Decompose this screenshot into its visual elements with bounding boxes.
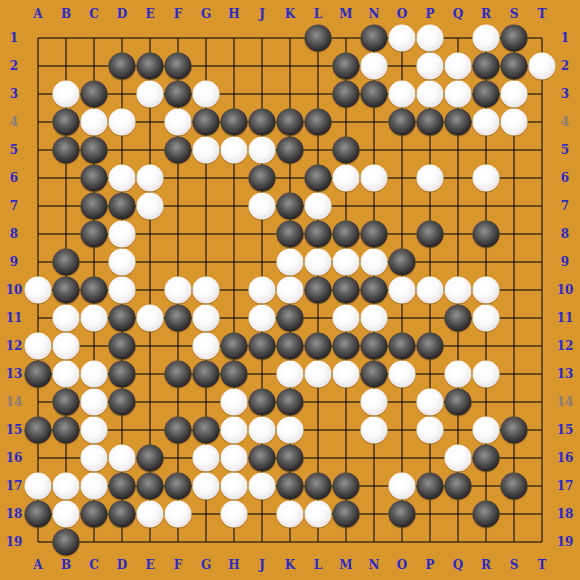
intersection-B15[interactable]: [52, 416, 80, 444]
intersection-M6[interactable]: [332, 164, 360, 192]
intersection-R4[interactable]: [472, 108, 500, 136]
intersection-K18[interactable]: [276, 500, 304, 528]
intersection-H12[interactable]: [220, 332, 248, 360]
intersection-S13[interactable]: [500, 360, 528, 388]
intersection-Q3[interactable]: [444, 80, 472, 108]
intersection-Q10[interactable]: [444, 276, 472, 304]
intersection-E1[interactable]: [136, 24, 164, 52]
intersection-P19[interactable]: [416, 528, 444, 556]
intersection-P11[interactable]: [416, 304, 444, 332]
intersection-J5[interactable]: [248, 136, 276, 164]
intersection-J13[interactable]: [248, 360, 276, 388]
intersection-O9[interactable]: [388, 248, 416, 276]
intersection-E5[interactable]: [136, 136, 164, 164]
intersection-D11[interactable]: [108, 304, 136, 332]
intersection-P14[interactable]: [416, 388, 444, 416]
intersection-C2[interactable]: [80, 52, 108, 80]
intersection-B18[interactable]: [52, 500, 80, 528]
intersection-O17[interactable]: [388, 472, 416, 500]
intersection-G15[interactable]: [192, 416, 220, 444]
intersection-S14[interactable]: [500, 388, 528, 416]
intersection-G5[interactable]: [192, 136, 220, 164]
intersection-G18[interactable]: [192, 500, 220, 528]
intersection-A13[interactable]: [24, 360, 52, 388]
intersection-A15[interactable]: [24, 416, 52, 444]
intersection-M10[interactable]: [332, 276, 360, 304]
intersection-S1[interactable]: [500, 24, 528, 52]
intersection-N2[interactable]: [360, 52, 388, 80]
intersection-A9[interactable]: [24, 248, 52, 276]
intersection-H4[interactable]: [220, 108, 248, 136]
intersection-B16[interactable]: [52, 444, 80, 472]
intersection-K14[interactable]: [276, 388, 304, 416]
intersection-L13[interactable]: [304, 360, 332, 388]
intersection-H19[interactable]: [220, 528, 248, 556]
intersection-F16[interactable]: [164, 444, 192, 472]
intersection-D6[interactable]: [108, 164, 136, 192]
intersection-J12[interactable]: [248, 332, 276, 360]
intersection-H3[interactable]: [220, 80, 248, 108]
intersection-D12[interactable]: [108, 332, 136, 360]
intersection-S17[interactable]: [500, 472, 528, 500]
intersection-G10[interactable]: [192, 276, 220, 304]
intersection-C12[interactable]: [80, 332, 108, 360]
intersection-P3[interactable]: [416, 80, 444, 108]
intersection-B8[interactable]: [52, 220, 80, 248]
intersection-A17[interactable]: [24, 472, 52, 500]
intersection-A10[interactable]: [24, 276, 52, 304]
intersection-E19[interactable]: [136, 528, 164, 556]
intersection-C16[interactable]: [80, 444, 108, 472]
intersection-C14[interactable]: [80, 388, 108, 416]
intersection-J10[interactable]: [248, 276, 276, 304]
intersection-S18[interactable]: [500, 500, 528, 528]
intersection-A2[interactable]: [24, 52, 52, 80]
intersection-M5[interactable]: [332, 136, 360, 164]
intersection-M7[interactable]: [332, 192, 360, 220]
intersection-M17[interactable]: [332, 472, 360, 500]
intersection-L12[interactable]: [304, 332, 332, 360]
intersection-P9[interactable]: [416, 248, 444, 276]
intersection-F2[interactable]: [164, 52, 192, 80]
intersection-T6[interactable]: [528, 164, 556, 192]
intersection-E11[interactable]: [136, 304, 164, 332]
intersection-D1[interactable]: [108, 24, 136, 52]
intersection-H10[interactable]: [220, 276, 248, 304]
intersection-N7[interactable]: [360, 192, 388, 220]
intersection-K3[interactable]: [276, 80, 304, 108]
intersection-R10[interactable]: [472, 276, 500, 304]
intersection-H5[interactable]: [220, 136, 248, 164]
intersection-D18[interactable]: [108, 500, 136, 528]
intersection-D7[interactable]: [108, 192, 136, 220]
intersection-B6[interactable]: [52, 164, 80, 192]
intersection-O19[interactable]: [388, 528, 416, 556]
intersection-T16[interactable]: [528, 444, 556, 472]
intersection-H16[interactable]: [220, 444, 248, 472]
intersection-F14[interactable]: [164, 388, 192, 416]
intersection-J2[interactable]: [248, 52, 276, 80]
intersection-S19[interactable]: [500, 528, 528, 556]
intersection-O12[interactable]: [388, 332, 416, 360]
intersection-R5[interactable]: [472, 136, 500, 164]
intersection-A3[interactable]: [24, 80, 52, 108]
intersection-T7[interactable]: [528, 192, 556, 220]
intersection-O1[interactable]: [388, 24, 416, 52]
intersection-N1[interactable]: [360, 24, 388, 52]
intersection-B7[interactable]: [52, 192, 80, 220]
intersection-Q16[interactable]: [444, 444, 472, 472]
intersection-N10[interactable]: [360, 276, 388, 304]
intersection-C19[interactable]: [80, 528, 108, 556]
intersection-J8[interactable]: [248, 220, 276, 248]
intersection-T3[interactable]: [528, 80, 556, 108]
intersection-L17[interactable]: [304, 472, 332, 500]
intersection-F12[interactable]: [164, 332, 192, 360]
intersection-E9[interactable]: [136, 248, 164, 276]
intersection-Q1[interactable]: [444, 24, 472, 52]
intersection-M18[interactable]: [332, 500, 360, 528]
intersection-N16[interactable]: [360, 444, 388, 472]
intersection-O4[interactable]: [388, 108, 416, 136]
intersection-K10[interactable]: [276, 276, 304, 304]
intersection-G7[interactable]: [192, 192, 220, 220]
intersection-P1[interactable]: [416, 24, 444, 52]
intersection-J1[interactable]: [248, 24, 276, 52]
intersection-O2[interactable]: [388, 52, 416, 80]
intersection-M9[interactable]: [332, 248, 360, 276]
intersection-E10[interactable]: [136, 276, 164, 304]
intersection-H18[interactable]: [220, 500, 248, 528]
intersection-N14[interactable]: [360, 388, 388, 416]
intersection-K1[interactable]: [276, 24, 304, 52]
intersection-M2[interactable]: [332, 52, 360, 80]
intersection-R12[interactable]: [472, 332, 500, 360]
intersection-A4[interactable]: [24, 108, 52, 136]
intersection-D15[interactable]: [108, 416, 136, 444]
intersection-P10[interactable]: [416, 276, 444, 304]
intersection-S6[interactable]: [500, 164, 528, 192]
intersection-G6[interactable]: [192, 164, 220, 192]
intersection-S3[interactable]: [500, 80, 528, 108]
intersection-E12[interactable]: [136, 332, 164, 360]
intersection-F5[interactable]: [164, 136, 192, 164]
intersection-G13[interactable]: [192, 360, 220, 388]
intersection-H17[interactable]: [220, 472, 248, 500]
intersection-E14[interactable]: [136, 388, 164, 416]
intersection-F15[interactable]: [164, 416, 192, 444]
intersection-R2[interactable]: [472, 52, 500, 80]
intersection-D9[interactable]: [108, 248, 136, 276]
intersection-G3[interactable]: [192, 80, 220, 108]
intersection-O13[interactable]: [388, 360, 416, 388]
intersection-C15[interactable]: [80, 416, 108, 444]
intersection-E4[interactable]: [136, 108, 164, 136]
intersection-B14[interactable]: [52, 388, 80, 416]
intersection-O18[interactable]: [388, 500, 416, 528]
intersection-F8[interactable]: [164, 220, 192, 248]
intersection-Q8[interactable]: [444, 220, 472, 248]
intersection-S7[interactable]: [500, 192, 528, 220]
intersection-A14[interactable]: [24, 388, 52, 416]
intersection-O8[interactable]: [388, 220, 416, 248]
intersection-R8[interactable]: [472, 220, 500, 248]
intersection-O16[interactable]: [388, 444, 416, 472]
intersection-D17[interactable]: [108, 472, 136, 500]
intersection-Q13[interactable]: [444, 360, 472, 388]
intersection-K8[interactable]: [276, 220, 304, 248]
intersection-G19[interactable]: [192, 528, 220, 556]
intersection-Q6[interactable]: [444, 164, 472, 192]
intersection-E2[interactable]: [136, 52, 164, 80]
intersection-H14[interactable]: [220, 388, 248, 416]
intersection-P8[interactable]: [416, 220, 444, 248]
intersection-J4[interactable]: [248, 108, 276, 136]
intersection-L2[interactable]: [304, 52, 332, 80]
intersection-T12[interactable]: [528, 332, 556, 360]
intersection-D13[interactable]: [108, 360, 136, 388]
intersection-F3[interactable]: [164, 80, 192, 108]
intersection-P2[interactable]: [416, 52, 444, 80]
intersection-M8[interactable]: [332, 220, 360, 248]
intersection-K12[interactable]: [276, 332, 304, 360]
intersection-F11[interactable]: [164, 304, 192, 332]
intersection-F17[interactable]: [164, 472, 192, 500]
intersection-D2[interactable]: [108, 52, 136, 80]
intersection-S11[interactable]: [500, 304, 528, 332]
intersection-J15[interactable]: [248, 416, 276, 444]
intersection-E13[interactable]: [136, 360, 164, 388]
intersection-N13[interactable]: [360, 360, 388, 388]
intersection-T13[interactable]: [528, 360, 556, 388]
intersection-B9[interactable]: [52, 248, 80, 276]
intersection-Q2[interactable]: [444, 52, 472, 80]
intersection-L8[interactable]: [304, 220, 332, 248]
intersection-A18[interactable]: [24, 500, 52, 528]
intersection-B2[interactable]: [52, 52, 80, 80]
intersection-M11[interactable]: [332, 304, 360, 332]
intersection-L19[interactable]: [304, 528, 332, 556]
intersection-Q18[interactable]: [444, 500, 472, 528]
intersection-N9[interactable]: [360, 248, 388, 276]
intersection-F19[interactable]: [164, 528, 192, 556]
intersection-G14[interactable]: [192, 388, 220, 416]
intersection-O11[interactable]: [388, 304, 416, 332]
intersection-K9[interactable]: [276, 248, 304, 276]
intersection-B10[interactable]: [52, 276, 80, 304]
intersection-L11[interactable]: [304, 304, 332, 332]
intersection-Q5[interactable]: [444, 136, 472, 164]
intersection-L1[interactable]: [304, 24, 332, 52]
intersection-K19[interactable]: [276, 528, 304, 556]
intersection-A16[interactable]: [24, 444, 52, 472]
intersection-J11[interactable]: [248, 304, 276, 332]
intersection-L18[interactable]: [304, 500, 332, 528]
intersection-F4[interactable]: [164, 108, 192, 136]
intersection-A12[interactable]: [24, 332, 52, 360]
intersection-S16[interactable]: [500, 444, 528, 472]
intersection-B3[interactable]: [52, 80, 80, 108]
intersection-H13[interactable]: [220, 360, 248, 388]
intersection-H2[interactable]: [220, 52, 248, 80]
intersection-E6[interactable]: [136, 164, 164, 192]
intersection-R1[interactable]: [472, 24, 500, 52]
intersection-H1[interactable]: [220, 24, 248, 52]
intersection-L10[interactable]: [304, 276, 332, 304]
intersection-H6[interactable]: [220, 164, 248, 192]
intersection-D3[interactable]: [108, 80, 136, 108]
intersection-P5[interactable]: [416, 136, 444, 164]
intersection-P17[interactable]: [416, 472, 444, 500]
intersection-L15[interactable]: [304, 416, 332, 444]
intersection-A7[interactable]: [24, 192, 52, 220]
intersection-F7[interactable]: [164, 192, 192, 220]
intersection-P7[interactable]: [416, 192, 444, 220]
intersection-T15[interactable]: [528, 416, 556, 444]
intersection-G17[interactable]: [192, 472, 220, 500]
intersection-A1[interactable]: [24, 24, 52, 52]
intersection-Q19[interactable]: [444, 528, 472, 556]
intersection-D19[interactable]: [108, 528, 136, 556]
intersection-S5[interactable]: [500, 136, 528, 164]
intersection-F6[interactable]: [164, 164, 192, 192]
intersection-T14[interactable]: [528, 388, 556, 416]
intersection-H7[interactable]: [220, 192, 248, 220]
intersection-E8[interactable]: [136, 220, 164, 248]
intersection-E15[interactable]: [136, 416, 164, 444]
intersection-S12[interactable]: [500, 332, 528, 360]
intersection-K17[interactable]: [276, 472, 304, 500]
intersection-M1[interactable]: [332, 24, 360, 52]
intersection-T10[interactable]: [528, 276, 556, 304]
intersection-R15[interactable]: [472, 416, 500, 444]
intersection-P15[interactable]: [416, 416, 444, 444]
intersection-T9[interactable]: [528, 248, 556, 276]
intersection-C18[interactable]: [80, 500, 108, 528]
intersection-Q11[interactable]: [444, 304, 472, 332]
intersection-N3[interactable]: [360, 80, 388, 108]
intersection-H15[interactable]: [220, 416, 248, 444]
intersection-H8[interactable]: [220, 220, 248, 248]
intersection-F1[interactable]: [164, 24, 192, 52]
intersection-K5[interactable]: [276, 136, 304, 164]
intersection-B12[interactable]: [52, 332, 80, 360]
intersection-K15[interactable]: [276, 416, 304, 444]
intersection-F13[interactable]: [164, 360, 192, 388]
intersection-S15[interactable]: [500, 416, 528, 444]
intersection-O15[interactable]: [388, 416, 416, 444]
intersection-E3[interactable]: [136, 80, 164, 108]
intersection-E18[interactable]: [136, 500, 164, 528]
intersection-G12[interactable]: [192, 332, 220, 360]
intersection-H9[interactable]: [220, 248, 248, 276]
intersection-D8[interactable]: [108, 220, 136, 248]
intersection-R7[interactable]: [472, 192, 500, 220]
intersection-R13[interactable]: [472, 360, 500, 388]
intersection-M12[interactable]: [332, 332, 360, 360]
intersection-L4[interactable]: [304, 108, 332, 136]
intersection-A5[interactable]: [24, 136, 52, 164]
intersection-R3[interactable]: [472, 80, 500, 108]
intersection-G8[interactable]: [192, 220, 220, 248]
intersection-M19[interactable]: [332, 528, 360, 556]
intersection-Q4[interactable]: [444, 108, 472, 136]
intersection-A8[interactable]: [24, 220, 52, 248]
intersection-N15[interactable]: [360, 416, 388, 444]
intersection-R6[interactable]: [472, 164, 500, 192]
intersection-B13[interactable]: [52, 360, 80, 388]
intersection-C8[interactable]: [80, 220, 108, 248]
intersection-O7[interactable]: [388, 192, 416, 220]
intersection-A19[interactable]: [24, 528, 52, 556]
intersection-B19[interactable]: [52, 528, 80, 556]
intersection-N12[interactable]: [360, 332, 388, 360]
intersection-P4[interactable]: [416, 108, 444, 136]
intersection-J14[interactable]: [248, 388, 276, 416]
intersection-Q7[interactable]: [444, 192, 472, 220]
intersection-K2[interactable]: [276, 52, 304, 80]
intersection-P13[interactable]: [416, 360, 444, 388]
intersection-C7[interactable]: [80, 192, 108, 220]
intersection-D10[interactable]: [108, 276, 136, 304]
intersection-B5[interactable]: [52, 136, 80, 164]
intersection-T11[interactable]: [528, 304, 556, 332]
intersection-L14[interactable]: [304, 388, 332, 416]
intersection-D14[interactable]: [108, 388, 136, 416]
intersection-N17[interactable]: [360, 472, 388, 500]
intersection-O6[interactable]: [388, 164, 416, 192]
intersection-G2[interactable]: [192, 52, 220, 80]
intersection-C17[interactable]: [80, 472, 108, 500]
intersection-C11[interactable]: [80, 304, 108, 332]
intersection-T5[interactable]: [528, 136, 556, 164]
intersection-Q17[interactable]: [444, 472, 472, 500]
intersection-L3[interactable]: [304, 80, 332, 108]
intersection-O14[interactable]: [388, 388, 416, 416]
intersection-O3[interactable]: [388, 80, 416, 108]
intersection-Q14[interactable]: [444, 388, 472, 416]
intersection-R14[interactable]: [472, 388, 500, 416]
intersection-H11[interactable]: [220, 304, 248, 332]
intersection-T1[interactable]: [528, 24, 556, 52]
intersection-B17[interactable]: [52, 472, 80, 500]
intersection-K6[interactable]: [276, 164, 304, 192]
intersection-R19[interactable]: [472, 528, 500, 556]
intersection-J6[interactable]: [248, 164, 276, 192]
intersection-K4[interactable]: [276, 108, 304, 136]
intersection-R17[interactable]: [472, 472, 500, 500]
intersection-S10[interactable]: [500, 276, 528, 304]
intersection-N18[interactable]: [360, 500, 388, 528]
intersection-C9[interactable]: [80, 248, 108, 276]
intersection-N11[interactable]: [360, 304, 388, 332]
intersection-N6[interactable]: [360, 164, 388, 192]
intersection-K16[interactable]: [276, 444, 304, 472]
intersection-R18[interactable]: [472, 500, 500, 528]
intersection-S9[interactable]: [500, 248, 528, 276]
intersection-C10[interactable]: [80, 276, 108, 304]
intersection-L9[interactable]: [304, 248, 332, 276]
intersection-Q12[interactable]: [444, 332, 472, 360]
intersection-N19[interactable]: [360, 528, 388, 556]
intersection-P6[interactable]: [416, 164, 444, 192]
intersection-M4[interactable]: [332, 108, 360, 136]
intersection-C3[interactable]: [80, 80, 108, 108]
intersection-B4[interactable]: [52, 108, 80, 136]
intersection-C4[interactable]: [80, 108, 108, 136]
intersection-T17[interactable]: [528, 472, 556, 500]
intersection-B11[interactable]: [52, 304, 80, 332]
